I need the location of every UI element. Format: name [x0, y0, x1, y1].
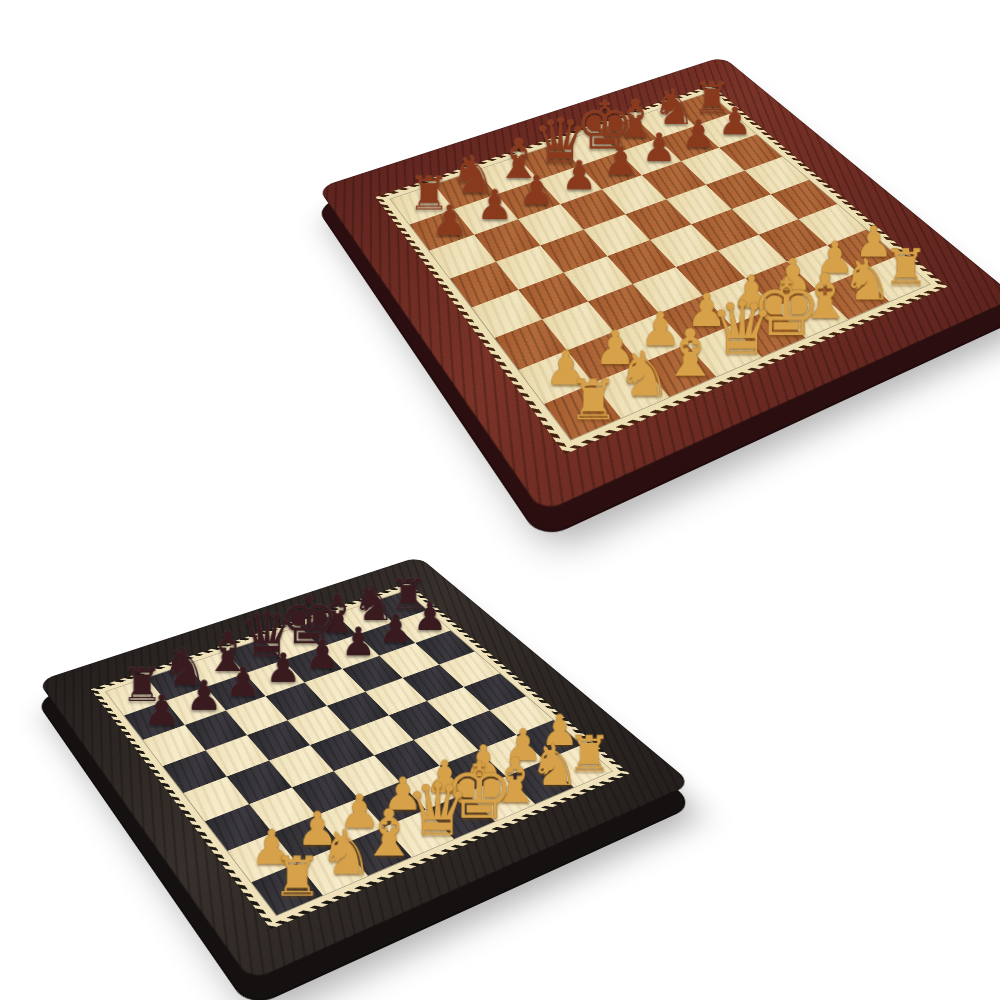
- square-g1: ♞: [506, 761, 574, 804]
- dark-pawn-h7: ♟: [712, 103, 758, 141]
- rosewood-board-scene: ♜♞♝♛♚♝♞♜♟♟♟♟♟♟♟♟♟♟♟♟♟♟♟♟♜♞♝♛♚♝♞♜: [396, 0, 904, 494]
- dark-rook-h8: ♜: [691, 76, 733, 119]
- light-pawn-e2: ♟: [421, 755, 468, 800]
- dark-rook-h8: ♜: [389, 573, 428, 616]
- ebony-board-scene: ♜♞♝♛♚♝♞♜♟♟♟♟♟♟♟♟♟♟♟♟♟♟♟♟♜♞♝♛♚♝♞♜: [112, 492, 588, 968]
- dark-rook-a8: ♜: [404, 169, 454, 216]
- product-photo: ♜♞♝♛♚♝♞♜♟♟♟♟♟♟♟♟♟♟♟♟♟♟♟♟♜♞♝♛♚♝♞♜ ♜♞♝♛♚♝♞…: [0, 0, 1000, 1000]
- dark-king-e8: ♚: [279, 587, 321, 654]
- ebony-chess-board: ♜♞♝♛♚♝♞♜♟♟♟♟♟♟♟♟♟♟♟♟♟♟♟♟♜♞♝♛♚♝♞♜: [38, 556, 693, 981]
- board-frame: ♜♞♝♛♚♝♞♜♟♟♟♟♟♟♟♟♟♟♟♟♟♟♟♟♜♞♝♛♚♝♞♜: [38, 556, 693, 981]
- square-e5: [625, 199, 691, 240]
- square-g3: [452, 710, 516, 750]
- square-c5: [540, 230, 607, 273]
- board-frame: ♜♞♝♛♚♝♞♜♟♟♟♟♟♟♟♟♟♟♟♟♟♟♟♟♜♞♝♛♚♝♞♜: [318, 56, 1000, 513]
- square-a8: ♜: [391, 185, 454, 225]
- rosewood-chess-board: ♜♞♝♛♚♝♞♜♟♟♟♟♟♟♟♟♟♟♟♟♟♟♟♟♜♞♝♛♚♝♞♜: [318, 56, 1000, 513]
- light-rook-h1: ♜: [565, 728, 614, 778]
- square-a1: ♜: [252, 863, 323, 915]
